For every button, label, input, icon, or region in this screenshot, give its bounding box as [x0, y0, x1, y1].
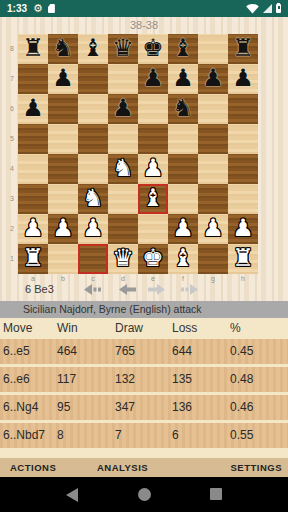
- square-f2[interactable]: ♟: [168, 214, 198, 244]
- square-g5[interactable]: [198, 124, 228, 154]
- square-f8[interactable]: ♝: [168, 34, 198, 64]
- white-bishop-piece: ♝: [138, 184, 168, 214]
- square-b3[interactable]: [48, 184, 78, 214]
- rank-label-8: 8: [0, 34, 14, 64]
- square-g2[interactable]: ♟: [198, 214, 228, 244]
- rank-label-7: 7: [0, 64, 14, 94]
- rank-label-4: 4: [0, 154, 14, 184]
- cell-draw: 7: [115, 423, 122, 448]
- square-g4[interactable]: [198, 154, 228, 184]
- column-header-draw: Draw: [115, 318, 143, 339]
- square-h2[interactable]: ♟: [228, 214, 258, 244]
- moves-stats-table: Move Win Draw Loss % 6..e54647656440.456…: [0, 318, 288, 458]
- recents-icon[interactable]: [210, 488, 222, 500]
- black-pawn-piece: ♟: [198, 64, 228, 94]
- square-b1[interactable]: [48, 244, 78, 274]
- cell-win: 95: [57, 395, 70, 420]
- app-screen: 1:33 ⚙ 38-38 ♜♞♝♛♚♝♜♟♟♟♟♟♟♟♞♞♟♞♝♟♟♟♟♟♟♜♛…: [0, 0, 288, 512]
- column-header-win: Win: [57, 318, 78, 339]
- black-king-piece: ♚: [138, 34, 168, 64]
- square-e1[interactable]: ♚: [138, 244, 168, 274]
- white-rook-piece: ♜: [18, 244, 48, 274]
- wifi-icon: [246, 4, 259, 14]
- square-a6[interactable]: ♟: [18, 94, 48, 124]
- cell-pct: 0.46: [230, 395, 253, 420]
- analysis-button[interactable]: ANALYSIS: [97, 458, 148, 477]
- cell-move: 6..e6: [3, 367, 30, 392]
- square-g7[interactable]: ♟: [198, 64, 228, 94]
- cell-win: 464: [57, 339, 77, 364]
- black-pawn-piece: ♟: [138, 64, 168, 94]
- square-a7[interactable]: [18, 64, 48, 94]
- white-pawn-piece: ♟: [168, 214, 198, 244]
- black-pawn-piece: ♟: [18, 94, 48, 124]
- cell-loss: 135: [172, 367, 192, 392]
- square-h6[interactable]: [228, 94, 258, 124]
- square-a8[interactable]: ♜: [18, 34, 48, 64]
- black-pawn-piece: ♟: [228, 64, 258, 94]
- square-e7[interactable]: ♟: [138, 64, 168, 94]
- square-b6[interactable]: [48, 94, 78, 124]
- actions-button[interactable]: ACTIONS: [10, 458, 56, 477]
- black-queen-piece: ♛: [108, 34, 138, 64]
- square-g3[interactable]: [198, 184, 228, 214]
- jump-to-start-button[interactable]: [84, 284, 102, 295]
- square-h5[interactable]: [228, 124, 258, 154]
- file-label-d: d: [108, 274, 138, 284]
- square-c1[interactable]: [78, 244, 108, 274]
- square-f6[interactable]: ♞: [168, 94, 198, 124]
- cell-loss: 6: [172, 423, 179, 448]
- cell-draw: 347: [115, 395, 135, 420]
- black-bishop-piece: ♝: [78, 34, 108, 64]
- black-knight-piece: ♞: [48, 34, 78, 64]
- square-b5[interactable]: [48, 124, 78, 154]
- rank-label-3: 3: [0, 184, 14, 214]
- white-pawn-piece: ♟: [18, 214, 48, 244]
- square-a1[interactable]: ♜: [18, 244, 48, 274]
- white-knight-piece: ♞: [78, 184, 108, 214]
- square-b4[interactable]: [48, 154, 78, 184]
- square-e3[interactable]: ♝: [138, 184, 168, 214]
- rank-label-5: 5: [0, 124, 14, 154]
- cell-loss: 136: [172, 395, 192, 420]
- rank-label-6: 6: [0, 94, 14, 124]
- square-e6[interactable]: [138, 94, 168, 124]
- square-f1[interactable]: ♝: [168, 244, 198, 274]
- square-g8[interactable]: [198, 34, 228, 64]
- square-d1[interactable]: ♛: [108, 244, 138, 274]
- square-d6[interactable]: ♟: [108, 94, 138, 124]
- black-rook-piece: ♜: [228, 34, 258, 64]
- cellular-signal-icon: [263, 4, 272, 13]
- cell-move: 6..Nbd7: [3, 423, 45, 448]
- table-body: 6..e54647656440.456..e61171321350.486..N…: [0, 339, 288, 448]
- square-b8[interactable]: ♞: [48, 34, 78, 64]
- square-d8[interactable]: ♛: [108, 34, 138, 64]
- square-h8[interactable]: ♜: [228, 34, 258, 64]
- square-d2[interactable]: [108, 214, 138, 244]
- white-knight-piece: ♞: [108, 154, 138, 184]
- square-f3[interactable]: [168, 184, 198, 214]
- battery-icon: [276, 4, 281, 13]
- column-header-move: Move: [3, 318, 32, 339]
- cell-draw: 765: [115, 339, 135, 364]
- cell-pct: 0.48: [230, 367, 253, 392]
- square-g1[interactable]: [198, 244, 228, 274]
- current-move-label: 6 Be3: [25, 283, 54, 295]
- move-row-6..e6[interactable]: 6..e61171321350.48: [0, 367, 288, 392]
- square-d7[interactable]: [108, 64, 138, 94]
- rank-label-2: 2: [0, 214, 14, 244]
- rank-labels: 87654321: [0, 34, 14, 274]
- square-h3[interactable]: [228, 184, 258, 214]
- column-header-pct: %: [230, 318, 241, 339]
- black-knight-piece: ♞: [168, 94, 198, 124]
- cell-move: 6..e5: [3, 339, 30, 364]
- square-b7[interactable]: ♟: [48, 64, 78, 94]
- square-c6[interactable]: [78, 94, 108, 124]
- square-c4[interactable]: [78, 154, 108, 184]
- score-counter: 38-38: [0, 17, 288, 33]
- column-header-loss: Loss: [172, 318, 197, 339]
- cell-win: 8: [57, 423, 64, 448]
- square-d5[interactable]: [108, 124, 138, 154]
- cell-draw: 132: [115, 367, 135, 392]
- android-nav-bar: [0, 477, 288, 512]
- cell-pct: 0.55: [230, 423, 253, 448]
- square-e4[interactable]: ♟: [138, 154, 168, 184]
- file-label-e: e: [138, 274, 168, 284]
- square-d4[interactable]: ♞: [108, 154, 138, 184]
- file-label-h: h: [228, 274, 258, 284]
- cell-win: 117: [57, 367, 76, 392]
- square-a4[interactable]: [18, 154, 48, 184]
- black-pawn-piece: ♟: [108, 94, 138, 124]
- square-e8[interactable]: ♚: [138, 34, 168, 64]
- square-a3[interactable]: [18, 184, 48, 214]
- bottom-menu-bar: ACTIONS ANALYSIS SETTINGS: [0, 458, 288, 477]
- square-h1[interactable]: ♜: [228, 244, 258, 274]
- white-bishop-piece: ♝: [168, 244, 198, 274]
- square-a2[interactable]: ♟: [18, 214, 48, 244]
- square-c8[interactable]: ♝: [78, 34, 108, 64]
- black-bishop-piece: ♝: [168, 34, 198, 64]
- cell-loss: 644: [172, 339, 192, 364]
- square-b2[interactable]: ♟: [48, 214, 78, 244]
- white-pawn-piece: ♟: [78, 214, 108, 244]
- white-rook-piece: ♜: [228, 244, 258, 274]
- chess-board: ♜♞♝♛♚♝♜♟♟♟♟♟♟♟♞♞♟♞♝♟♟♟♟♟♟♜♛♚♝♜: [18, 34, 258, 274]
- white-pawn-piece: ♟: [198, 214, 228, 244]
- jump-to-end-button[interactable]: [180, 284, 198, 295]
- square-g6[interactable]: [198, 94, 228, 124]
- white-pawn-piece: ♟: [48, 214, 78, 244]
- white-pawn-piece: ♟: [138, 154, 168, 184]
- square-d3[interactable]: [108, 184, 138, 214]
- square-h4[interactable]: [228, 154, 258, 184]
- square-e2[interactable]: [138, 214, 168, 244]
- back-icon[interactable]: [66, 488, 78, 502]
- back-move-button[interactable]: [119, 284, 137, 295]
- square-a5[interactable]: [18, 124, 48, 154]
- settings-button[interactable]: SETTINGS: [230, 458, 282, 477]
- move-row-6..Ng4[interactable]: 6..Ng4953471360.46: [0, 395, 288, 420]
- rank-label-1: 1: [0, 244, 14, 274]
- home-icon[interactable]: [138, 488, 151, 501]
- square-c5[interactable]: [78, 124, 108, 154]
- square-h7[interactable]: ♟: [228, 64, 258, 94]
- clock: 1:33: [7, 3, 27, 14]
- square-f4[interactable]: [168, 154, 198, 184]
- square-f7[interactable]: ♟: [168, 64, 198, 94]
- notification-icon: [48, 4, 55, 13]
- opening-name-bar: Sicilian Najdorf, Byrne (English) attack: [0, 301, 288, 318]
- file-label-c: c: [78, 274, 108, 284]
- square-e5[interactable]: [138, 124, 168, 154]
- cell-move: 6..Ng4: [3, 395, 38, 420]
- black-pawn-piece: ♟: [48, 64, 78, 94]
- white-queen-piece: ♛: [108, 244, 138, 274]
- file-labels: abcdefgh: [18, 274, 258, 284]
- white-pawn-piece: ♟: [228, 214, 258, 244]
- cell-pct: 0.45: [230, 339, 253, 364]
- move-row-6..e5[interactable]: 6..e54647656440.45: [0, 339, 288, 364]
- square-f5[interactable]: [168, 124, 198, 154]
- table-header: Move Win Draw Loss %: [0, 318, 288, 339]
- move-row-6..Nbd7[interactable]: 6..Nbd78760.55: [0, 423, 288, 448]
- square-c3[interactable]: ♞: [78, 184, 108, 214]
- square-c7[interactable]: [78, 64, 108, 94]
- white-king-piece: ♚: [138, 244, 168, 274]
- file-label-f: f: [168, 274, 198, 284]
- forward-move-button[interactable]: [147, 284, 165, 295]
- square-c2[interactable]: ♟: [78, 214, 108, 244]
- status-bar: 1:33 ⚙: [0, 0, 288, 17]
- gear-icon: ⚙: [33, 3, 43, 14]
- black-pawn-piece: ♟: [168, 64, 198, 94]
- black-rook-piece: ♜: [18, 34, 48, 64]
- file-label-g: g: [198, 274, 228, 284]
